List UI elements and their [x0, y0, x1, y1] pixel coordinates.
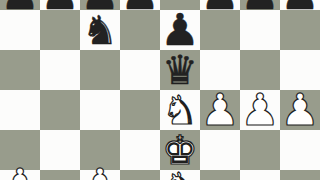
- square-a4[interactable]: [0, 90, 40, 130]
- square-b4[interactable]: [40, 90, 80, 130]
- piece-black-pawn-e6[interactable]: ♟: [160, 10, 200, 50]
- square-h4[interactable]: ♟: [280, 90, 320, 130]
- square-f2[interactable]: [200, 170, 240, 180]
- square-b7[interactable]: ♟: [40, 0, 80, 10]
- square-f3[interactable]: [200, 130, 240, 170]
- square-b5[interactable]: [40, 50, 80, 90]
- chessboard-viewport: ♟♟♟♟♟♟♟♞♟♛♞♟♟♟♚♟♟♞: [0, 0, 320, 180]
- chessboard: ♟♟♟♟♟♟♟♞♟♛♞♟♟♟♚♟♟♞: [0, 0, 320, 180]
- square-e2[interactable]: ♞: [160, 170, 200, 180]
- piece-white-pawn-a2[interactable]: ♟: [0, 165, 40, 180]
- square-b2[interactable]: [40, 170, 80, 180]
- piece-white-knight-e2[interactable]: ♞: [160, 167, 200, 180]
- square-a5[interactable]: [0, 50, 40, 90]
- piece-white-pawn-f4[interactable]: ♟: [200, 90, 240, 130]
- square-f4[interactable]: ♟: [200, 90, 240, 130]
- square-e6[interactable]: ♟: [160, 10, 200, 50]
- square-f6[interactable]: [200, 10, 240, 50]
- square-c4[interactable]: [80, 90, 120, 130]
- square-h6[interactable]: [280, 10, 320, 50]
- square-h7[interactable]: ♟: [280, 0, 320, 10]
- square-h3[interactable]: [280, 130, 320, 170]
- square-c6[interactable]: ♞: [80, 10, 120, 50]
- piece-black-queen-e5[interactable]: ♛: [160, 50, 200, 90]
- square-e4[interactable]: ♞: [160, 90, 200, 130]
- square-d2[interactable]: [120, 170, 160, 180]
- square-g4[interactable]: ♟: [240, 90, 280, 130]
- piece-white-knight-e4[interactable]: ♞: [160, 90, 200, 130]
- piece-black-knight-c6[interactable]: ♞: [80, 10, 120, 50]
- piece-white-pawn-g4[interactable]: ♟: [240, 90, 280, 130]
- square-d6[interactable]: [120, 10, 160, 50]
- square-e5[interactable]: ♛: [160, 50, 200, 90]
- square-c2[interactable]: ♟: [80, 170, 120, 180]
- square-g6[interactable]: [240, 10, 280, 50]
- square-d4[interactable]: [120, 90, 160, 130]
- square-a6[interactable]: [0, 10, 40, 50]
- square-c5[interactable]: [80, 50, 120, 90]
- square-d5[interactable]: [120, 50, 160, 90]
- square-a7[interactable]: ♟: [0, 0, 40, 10]
- square-h2[interactable]: [280, 170, 320, 180]
- square-f7[interactable]: ♟: [200, 0, 240, 10]
- square-g2[interactable]: [240, 170, 280, 180]
- square-a2[interactable]: ♟: [0, 170, 40, 180]
- square-g7[interactable]: ♟: [240, 0, 280, 10]
- square-g3[interactable]: [240, 130, 280, 170]
- square-b3[interactable]: [40, 130, 80, 170]
- square-b6[interactable]: [40, 10, 80, 50]
- square-d7[interactable]: ♟: [120, 0, 160, 10]
- piece-white-pawn-h4[interactable]: ♟: [280, 90, 320, 130]
- square-d3[interactable]: [120, 130, 160, 170]
- piece-white-pawn-c2[interactable]: ♟: [80, 165, 120, 180]
